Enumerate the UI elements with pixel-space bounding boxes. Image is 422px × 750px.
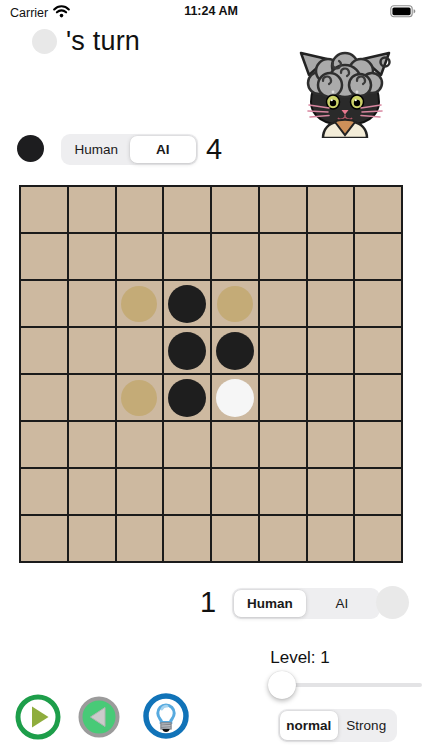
black-disc bbox=[168, 332, 206, 370]
board-cell[interactable] bbox=[212, 375, 258, 420]
board-cell[interactable] bbox=[21, 469, 67, 514]
board-cell[interactable] bbox=[212, 328, 258, 373]
hint-disc[interactable] bbox=[121, 380, 157, 416]
black-disc bbox=[168, 379, 206, 417]
board-cell[interactable] bbox=[355, 516, 401, 561]
play-button[interactable] bbox=[15, 694, 61, 740]
slider-thumb[interactable] bbox=[268, 671, 296, 699]
board-cell[interactable] bbox=[355, 187, 401, 232]
board-cell[interactable] bbox=[21, 281, 67, 326]
carrier-label: Carrier bbox=[10, 6, 48, 20]
board-cell[interactable] bbox=[355, 328, 401, 373]
board-cell[interactable] bbox=[212, 187, 258, 232]
board-cell[interactable] bbox=[164, 422, 210, 467]
white-player-disc bbox=[376, 586, 409, 619]
board-cell[interactable] bbox=[212, 469, 258, 514]
board-cell[interactable] bbox=[117, 187, 163, 232]
board-cell[interactable] bbox=[164, 469, 210, 514]
board-cell[interactable] bbox=[355, 375, 401, 420]
board-cell[interactable] bbox=[308, 375, 354, 420]
board-cell[interactable] bbox=[21, 328, 67, 373]
strength-normal-option[interactable]: normal bbox=[280, 711, 338, 740]
cat-avatar bbox=[295, 45, 395, 138]
lightbulb-icon bbox=[158, 705, 174, 722]
board-cell[interactable] bbox=[69, 516, 115, 561]
black-disc-count: 4 bbox=[206, 133, 222, 166]
board-cell[interactable] bbox=[164, 187, 210, 232]
board-cell[interactable] bbox=[212, 422, 258, 467]
board-cell[interactable] bbox=[117, 234, 163, 279]
board-cell[interactable] bbox=[164, 375, 210, 420]
level-label: Level: 1 bbox=[230, 648, 370, 668]
board-cell[interactable] bbox=[164, 328, 210, 373]
othello-app-screen: Carrier 11:24 AM 's turn bbox=[0, 0, 422, 750]
status-bar: Carrier 11:24 AM bbox=[0, 0, 422, 22]
board-cell[interactable] bbox=[308, 234, 354, 279]
board-cell[interactable] bbox=[308, 328, 354, 373]
level-slider[interactable] bbox=[270, 671, 422, 699]
black-disc bbox=[168, 285, 206, 323]
hint-button[interactable] bbox=[142, 693, 190, 741]
board-cell[interactable] bbox=[355, 281, 401, 326]
board-cell[interactable] bbox=[164, 281, 210, 326]
hint-disc[interactable] bbox=[217, 286, 253, 322]
white-turn-disc bbox=[32, 29, 57, 54]
board-cell[interactable] bbox=[69, 422, 115, 467]
board-cell[interactable] bbox=[164, 234, 210, 279]
board-cell[interactable] bbox=[260, 328, 306, 373]
board-cell[interactable] bbox=[69, 234, 115, 279]
board-cell[interactable] bbox=[308, 187, 354, 232]
clock: 11:24 AM bbox=[184, 4, 238, 18]
board-cell[interactable] bbox=[69, 328, 115, 373]
board-cell[interactable] bbox=[69, 281, 115, 326]
black-player-disc bbox=[17, 135, 44, 162]
white-player-type-control[interactable]: Human AI bbox=[232, 588, 380, 619]
wifi-icon bbox=[53, 4, 70, 22]
board-cell[interactable] bbox=[260, 187, 306, 232]
board-cell[interactable] bbox=[117, 516, 163, 561]
board-cell[interactable] bbox=[21, 234, 67, 279]
board-cell[interactable] bbox=[21, 187, 67, 232]
board-cell[interactable] bbox=[69, 375, 115, 420]
board-cell[interactable] bbox=[260, 375, 306, 420]
board-cell[interactable] bbox=[117, 422, 163, 467]
turn-indicator: 's turn bbox=[32, 26, 140, 57]
board-cell[interactable] bbox=[21, 375, 67, 420]
black-player-type-control[interactable]: Human AI bbox=[61, 134, 198, 165]
board-cell[interactable] bbox=[69, 187, 115, 232]
board-cell[interactable] bbox=[117, 328, 163, 373]
board-cell[interactable] bbox=[260, 422, 306, 467]
black-human-option[interactable]: Human bbox=[63, 136, 130, 163]
board-cell[interactable] bbox=[260, 516, 306, 561]
black-disc bbox=[216, 332, 254, 370]
undo-button[interactable] bbox=[78, 696, 120, 738]
turn-label: 's turn bbox=[66, 26, 140, 57]
white-disc bbox=[216, 379, 254, 417]
board-cell[interactable] bbox=[212, 234, 258, 279]
board-cell[interactable] bbox=[308, 469, 354, 514]
board-cell[interactable] bbox=[260, 469, 306, 514]
board-cell[interactable] bbox=[117, 375, 163, 420]
board-cell[interactable] bbox=[355, 422, 401, 467]
white-disc-count: 1 bbox=[200, 586, 216, 619]
white-ai-option[interactable]: AI bbox=[306, 590, 378, 617]
board-cell[interactable] bbox=[260, 234, 306, 279]
board-cell[interactable] bbox=[69, 469, 115, 514]
board-cell[interactable] bbox=[117, 469, 163, 514]
board-cell[interactable] bbox=[355, 469, 401, 514]
battery-icon bbox=[390, 4, 416, 22]
black-ai-option[interactable]: AI bbox=[130, 136, 197, 163]
board-cell[interactable] bbox=[212, 516, 258, 561]
board-cell[interactable] bbox=[355, 234, 401, 279]
board-cell[interactable] bbox=[308, 422, 354, 467]
board-cell[interactable] bbox=[308, 516, 354, 561]
strength-strong-option[interactable]: Strong bbox=[338, 711, 396, 740]
board-cell[interactable] bbox=[117, 281, 163, 326]
hint-disc[interactable] bbox=[121, 286, 157, 322]
board-cell[interactable] bbox=[260, 281, 306, 326]
board bbox=[19, 185, 403, 563]
board-cell[interactable] bbox=[164, 516, 210, 561]
board-cell[interactable] bbox=[21, 422, 67, 467]
board-cell[interactable] bbox=[308, 281, 354, 326]
strength-control[interactable]: normal Strong bbox=[278, 709, 397, 742]
white-human-option[interactable]: Human bbox=[234, 590, 306, 617]
board-cell[interactable] bbox=[212, 281, 258, 326]
board-cell[interactable] bbox=[21, 516, 67, 561]
